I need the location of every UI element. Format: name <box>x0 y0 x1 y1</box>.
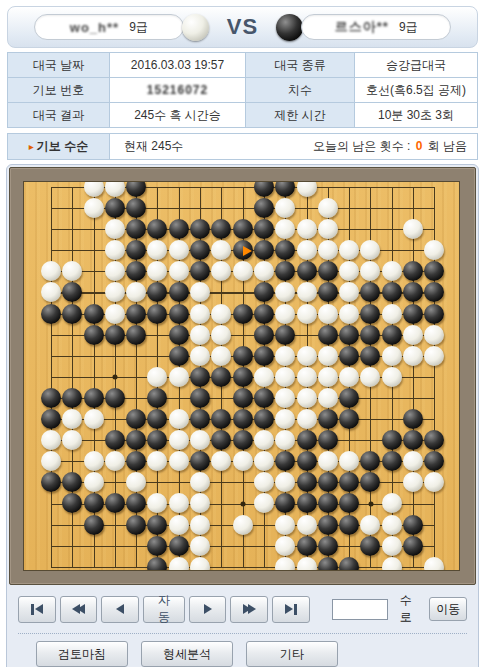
white-stone <box>382 261 402 281</box>
white-stone <box>254 261 274 281</box>
white-stone <box>190 493 210 513</box>
black-stone <box>403 536 423 556</box>
white-stone <box>339 367 359 387</box>
black-stone <box>126 219 146 239</box>
black-stone <box>233 219 253 239</box>
white-stone <box>275 536 295 556</box>
white-stone <box>297 388 317 408</box>
black-stone <box>424 282 444 302</box>
white-stone <box>84 181 104 197</box>
black-stone <box>147 304 167 324</box>
black-stone <box>254 181 274 197</box>
white-stone <box>339 240 359 260</box>
bar-icon <box>31 604 34 615</box>
black-stone <box>233 409 253 429</box>
white-player-name: wo_h** <box>70 20 119 35</box>
black-stone <box>105 430 125 450</box>
white-stone <box>62 430 82 450</box>
black-stone <box>318 261 338 281</box>
white-stone <box>105 282 125 302</box>
black-stone <box>62 282 82 302</box>
black-stone <box>84 515 104 535</box>
black-stone <box>211 430 231 450</box>
black-stone <box>403 282 423 302</box>
move-seq-label: ▸기보 수순 <box>8 134 110 160</box>
black-stone <box>339 346 359 366</box>
black-stone <box>360 325 380 345</box>
white-stone <box>403 472 423 492</box>
black-stone <box>147 430 167 450</box>
white-stone <box>190 536 210 556</box>
white-stone <box>126 472 146 492</box>
white-stone <box>254 367 274 387</box>
white-stone <box>211 240 231 260</box>
black-stone <box>275 451 295 471</box>
white-stone <box>424 472 444 492</box>
black-stone <box>297 430 317 450</box>
forward-one-button[interactable] <box>189 596 227 623</box>
white-stone <box>275 282 295 302</box>
white-stone <box>297 282 317 302</box>
white-stone <box>275 515 295 535</box>
white-stone <box>169 451 189 471</box>
dotted-separator <box>18 633 467 634</box>
white-stone <box>254 493 274 513</box>
black-stone <box>169 325 189 345</box>
arrow-right-icon <box>285 604 293 614</box>
white-stone <box>211 451 231 471</box>
move-number-input[interactable] <box>332 599 388 620</box>
black-stone <box>360 282 380 302</box>
black-stone <box>424 430 444 450</box>
black-player-name: 르스아** <box>335 18 389 36</box>
black-stone <box>254 304 274 324</box>
black-stone <box>41 304 61 324</box>
black-stone <box>403 304 423 324</box>
white-stone <box>275 198 295 218</box>
go-to-move-button[interactable]: 이동 <box>429 597 467 621</box>
white-stone <box>190 346 210 366</box>
black-stone <box>105 198 125 218</box>
black-stone <box>382 325 402 345</box>
black-stone <box>105 388 125 408</box>
black-stone <box>318 557 338 571</box>
black-stone <box>382 282 402 302</box>
white-stone <box>169 430 189 450</box>
white-stone <box>297 409 317 429</box>
white-stone <box>424 240 444 260</box>
territory-analysis-button[interactable]: 형세분석 <box>141 641 233 667</box>
playback-controls: 자동 수로 이동 검토마침형세분석기타 <box>9 585 476 667</box>
etc-button[interactable]: 기타 <box>246 641 338 667</box>
white-stone <box>190 472 210 492</box>
info-value: 2016.03.03 19:57 <box>110 53 246 78</box>
white-stone <box>318 388 338 408</box>
black-stone <box>62 388 82 408</box>
white-stone <box>190 430 210 450</box>
white-stone <box>318 240 338 260</box>
black-stone <box>424 304 444 324</box>
auto-play-button[interactable]: 자동 <box>143 596 184 623</box>
black-stone <box>126 451 146 471</box>
stones-layer <box>40 181 445 571</box>
white-stone <box>297 557 317 571</box>
white-stone <box>339 451 359 471</box>
bar-icon <box>294 604 297 615</box>
white-stone <box>105 219 125 239</box>
last-move-button[interactable] <box>272 596 310 623</box>
white-stone <box>318 219 338 239</box>
black-stone <box>297 472 317 492</box>
black-stone <box>297 493 317 513</box>
white-stone <box>254 472 274 492</box>
move-sequence-bar: ▸기보 수순 현재 245수 오늘의 남은 횟수 : 0 회 남음 <box>7 133 478 160</box>
info-label: 치수 <box>246 78 355 103</box>
black-stone <box>297 536 317 556</box>
black-stone <box>126 261 146 281</box>
black-stone <box>126 515 146 535</box>
black-stone <box>318 493 338 513</box>
white-stone <box>62 409 82 429</box>
black-stone <box>126 181 146 197</box>
black-stone <box>254 219 274 239</box>
info-label: 대국 날짜 <box>8 53 110 78</box>
white-stone <box>84 472 104 492</box>
black-stone <box>190 219 210 239</box>
black-stone <box>254 388 274 408</box>
black-stone <box>339 325 359 345</box>
black-stone <box>105 325 125 345</box>
goban-frame <box>9 167 476 585</box>
black-stone <box>360 304 380 324</box>
white-player-rank: 9급 <box>129 19 148 36</box>
review-end-button[interactable]: 검토마침 <box>36 641 128 667</box>
white-stone <box>233 261 253 281</box>
white-stone <box>169 261 189 281</box>
back-fast-button[interactable] <box>60 596 98 623</box>
black-stone <box>41 472 61 492</box>
arrow-left-icon <box>35 604 43 614</box>
black-stone <box>84 325 104 345</box>
white-stone <box>275 367 295 387</box>
white-stone <box>318 346 338 366</box>
info-value: 245수 흑 시간승 <box>110 103 246 128</box>
white-stone <box>275 430 295 450</box>
white-stone <box>360 515 380 535</box>
black-stone <box>318 515 338 535</box>
black-stone <box>360 451 380 471</box>
black-stone <box>424 261 444 281</box>
black-stone <box>275 261 295 281</box>
white-stone <box>297 219 317 239</box>
black-stone <box>403 515 423 535</box>
black-stone <box>84 304 104 324</box>
first-move-button[interactable] <box>18 596 56 623</box>
nav-button-row: 자동 수로 이동 <box>18 592 467 626</box>
black-stone <box>318 325 338 345</box>
black-stone <box>318 430 338 450</box>
black-stone <box>254 409 274 429</box>
white-stone <box>297 304 317 324</box>
remaining-zero: 0 <box>414 139 425 153</box>
black-stone <box>169 346 189 366</box>
white-stone <box>382 346 402 366</box>
black-stone <box>403 261 423 281</box>
double-arrow-left-icon <box>72 604 85 614</box>
bottom-button-row: 검토마침형세분석기타 <box>18 641 467 667</box>
black-stone <box>41 388 61 408</box>
black-stone <box>233 240 253 260</box>
white-stone <box>105 451 125 471</box>
white-stone <box>275 346 295 366</box>
game-info-table: 대국 날짜2016.03.03 19:57대국 종류승강급대국기보 번호1521… <box>7 52 478 128</box>
info-label: 대국 종류 <box>246 53 355 78</box>
black-stone <box>84 388 104 408</box>
white-stone <box>84 409 104 429</box>
info-value: 승강급대국 <box>355 53 478 78</box>
black-stone <box>147 536 167 556</box>
white-stone <box>403 451 423 471</box>
white-stone <box>318 198 338 218</box>
white-stone <box>41 430 61 450</box>
black-stone <box>275 325 295 345</box>
black-stone <box>254 282 274 302</box>
arrow-right-icon <box>248 604 256 614</box>
black-stone <box>339 388 359 408</box>
white-stone <box>147 367 167 387</box>
white-stone <box>169 515 189 535</box>
black-stone <box>126 240 146 260</box>
white-stone <box>318 367 338 387</box>
black-stone <box>360 472 380 492</box>
white-stone <box>382 493 402 513</box>
white-stone <box>275 472 295 492</box>
white-stone <box>105 181 125 197</box>
black-stone <box>233 388 253 408</box>
black-stone <box>403 430 423 450</box>
white-stone <box>147 261 167 281</box>
white-stone <box>190 304 210 324</box>
moves-label: 수로 <box>400 592 419 626</box>
black-player-pill: 르스아** 9급 <box>301 14 451 40</box>
black-stone <box>211 367 231 387</box>
match-header: wo_h** 9급 VS 르스아** 9급 <box>7 6 478 48</box>
white-stone <box>339 304 359 324</box>
black-stone <box>382 430 402 450</box>
black-stone <box>233 346 253 366</box>
black-stone <box>318 536 338 556</box>
white-stone <box>105 261 125 281</box>
black-stone <box>275 181 295 197</box>
black-stone <box>233 367 253 387</box>
white-stone <box>339 282 359 302</box>
white-stone <box>275 409 295 429</box>
white-stone <box>105 304 125 324</box>
white-stone <box>339 261 359 281</box>
white-stone <box>403 346 423 366</box>
black-stone-icon <box>276 14 303 41</box>
black-stone <box>147 515 167 535</box>
white-stone <box>275 557 295 571</box>
white-stone <box>41 451 61 471</box>
white-stone <box>190 325 210 345</box>
white-stone <box>424 557 444 571</box>
white-stone <box>211 346 231 366</box>
black-stone <box>275 240 295 260</box>
white-stone <box>360 261 380 281</box>
white-stone <box>211 325 231 345</box>
white-stone <box>275 219 295 239</box>
white-stone <box>84 451 104 471</box>
black-stone <box>126 304 146 324</box>
white-stone <box>382 304 402 324</box>
white-stone <box>190 557 210 571</box>
white-stone <box>254 430 274 450</box>
white-stone <box>169 240 189 260</box>
black-stone <box>297 261 317 281</box>
white-stone <box>424 346 444 366</box>
black-stone <box>211 409 231 429</box>
white-stone <box>275 304 295 324</box>
white-stone <box>382 536 402 556</box>
vs-label: VS <box>223 14 262 40</box>
black-stone <box>147 282 167 302</box>
black-stone <box>126 198 146 218</box>
white-stone <box>297 515 317 535</box>
black-stone <box>126 493 146 513</box>
last-move-marker-icon <box>243 246 252 256</box>
white-stone <box>233 451 253 471</box>
white-stone <box>382 515 402 535</box>
info-row: 대국 결과245수 흑 시간승제한 시간10분 30초 3회 <box>8 103 478 128</box>
black-stone <box>169 219 189 239</box>
white-stone <box>382 367 402 387</box>
black-stone <box>190 261 210 281</box>
black-stone <box>126 325 146 345</box>
black-stone <box>360 346 380 366</box>
black-stone <box>254 198 274 218</box>
white-stone <box>297 181 317 197</box>
arrow-left-icon <box>116 604 124 614</box>
black-stone <box>169 304 189 324</box>
white-stone <box>424 325 444 345</box>
white-stone <box>360 240 380 260</box>
black-stone <box>147 557 167 571</box>
white-stone <box>233 515 253 535</box>
black-stone <box>339 409 359 429</box>
info-value: 15216072 <box>110 78 246 103</box>
black-stone <box>169 282 189 302</box>
black-stone <box>403 409 423 429</box>
arrow-left-icon <box>77 604 85 614</box>
black-stone <box>84 493 104 513</box>
black-stone <box>339 515 359 535</box>
black-stone <box>147 219 167 239</box>
info-label: 대국 결과 <box>8 103 110 128</box>
back-one-button[interactable] <box>101 596 139 623</box>
arrow-right-icon <box>204 604 212 614</box>
black-stone <box>105 493 125 513</box>
black-stone <box>339 493 359 513</box>
white-stone <box>126 282 146 302</box>
black-stone <box>62 304 82 324</box>
white-stone <box>403 325 423 345</box>
white-stone <box>297 346 317 366</box>
black-stone <box>233 430 253 450</box>
black-stone <box>339 557 359 571</box>
white-stone <box>147 240 167 260</box>
white-stone <box>297 240 317 260</box>
white-stone <box>84 198 104 218</box>
black-stone <box>233 304 253 324</box>
white-stone <box>147 451 167 471</box>
white-stone <box>169 409 189 429</box>
black-stone <box>169 536 189 556</box>
black-stone <box>190 388 210 408</box>
white-stone <box>382 557 402 571</box>
black-stone <box>190 451 210 471</box>
info-row: 대국 날짜2016.03.03 19:57대국 종류승강급대국 <box>8 53 478 78</box>
black-stone <box>190 240 210 260</box>
black-stone <box>360 536 380 556</box>
black-stone <box>382 451 402 471</box>
info-label: 기보 번호 <box>8 78 110 103</box>
remaining-count-text: 오늘의 남은 횟수 : 0 회 남음 <box>260 134 478 160</box>
white-stone <box>41 261 61 281</box>
forward-fast-button[interactable] <box>230 596 268 623</box>
white-player-pill: wo_h** 9급 <box>34 14 184 40</box>
white-stone <box>190 515 210 535</box>
black-stone <box>424 451 444 471</box>
black-stone <box>62 493 82 513</box>
black-stone <box>318 472 338 492</box>
white-stone <box>41 282 61 302</box>
info-label: 제한 시간 <box>246 103 355 128</box>
black-stone <box>41 409 61 429</box>
black-stone <box>275 493 295 513</box>
go-board[interactable] <box>23 181 460 571</box>
white-stone <box>297 367 317 387</box>
black-stone <box>254 240 274 260</box>
white-stone <box>62 261 82 281</box>
black-stone <box>318 409 338 429</box>
white-stone <box>211 261 231 281</box>
black-stone <box>126 430 146 450</box>
info-row: 기보 번호15216072치수호선(흑6.5집 공제) <box>8 78 478 103</box>
white-stone <box>318 304 338 324</box>
white-stone <box>254 451 274 471</box>
white-stone <box>169 367 189 387</box>
white-stone <box>360 367 380 387</box>
white-stone <box>169 493 189 513</box>
white-stone <box>147 493 167 513</box>
white-stone <box>169 557 189 571</box>
black-stone <box>190 409 210 429</box>
white-stone <box>211 304 231 324</box>
white-stone <box>403 219 423 239</box>
white-stone <box>105 240 125 260</box>
black-stone <box>318 282 338 302</box>
black-stone <box>147 409 167 429</box>
black-stone <box>62 472 82 492</box>
white-stone-icon <box>182 14 209 41</box>
white-stone <box>275 388 295 408</box>
board-panel: 자동 수로 이동 검토마침형세분석기타 <box>6 164 479 667</box>
bullet-arrow-icon: ▸ <box>29 141 34 152</box>
black-stone <box>211 219 231 239</box>
black-stone <box>254 346 274 366</box>
current-move-text: 현재 245수 <box>110 134 260 160</box>
